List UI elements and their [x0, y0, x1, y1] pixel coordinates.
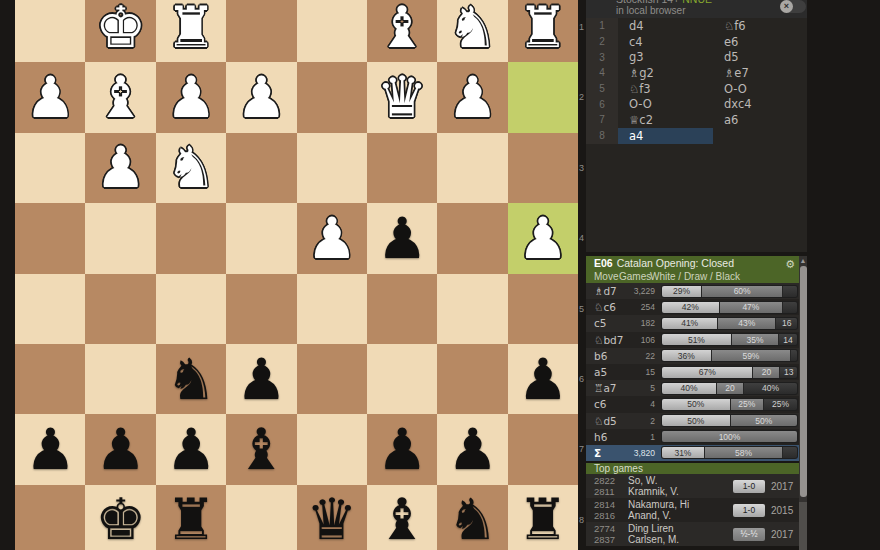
explorer-move-row[interactable]: h61100% [586, 429, 807, 445]
square-a8[interactable]: ♜ [508, 485, 578, 550]
square-c4[interactable]: ♟ [367, 203, 437, 273]
black-move-5[interactable]: O-O [713, 81, 807, 97]
chess-board[interactable]: ♚♜♝♞♜♟♝♟♟♛♟♟♞♟♟♟♞♟♟♟♟♟♝♟♟♚♜♛♝♞♜ [15, 0, 578, 550]
square-h8[interactable] [15, 485, 85, 550]
explorer-move-row[interactable]: ♘d5250%50% [586, 413, 807, 429]
white-move-7[interactable]: ♕c2 [618, 112, 713, 128]
explorer-move[interactable]: a5 [594, 366, 626, 378]
black-move-1[interactable]: ♘f6 [713, 18, 807, 34]
square-h7[interactable]: ♟ [15, 414, 85, 484]
move-number: 8 [586, 128, 618, 144]
square-f6[interactable]: ♞ [156, 344, 226, 414]
square-a2[interactable] [508, 62, 578, 132]
square-h5[interactable] [15, 274, 85, 344]
draw-result-segment: 100% [662, 431, 797, 442]
engine-toggle-knob-x-icon[interactable]: × [780, 0, 793, 13]
white-result-segment: 67% [662, 367, 752, 378]
rank-label-3: 3 [577, 133, 586, 203]
white-pawn[interactable]: ♟ [236, 69, 287, 126]
explorer-games-count: 5 [626, 383, 655, 393]
explorer-games-count: 3,820 [626, 448, 655, 458]
explorer-games-count: 22 [626, 351, 655, 361]
square-b7[interactable]: ♟ [437, 414, 507, 484]
square-b5[interactable] [437, 274, 507, 344]
black-rook[interactable]: ♜ [165, 491, 216, 548]
square-d1[interactable] [297, 0, 367, 62]
engine-location: in local browser [616, 5, 685, 16]
explorer-move-row[interactable]: ♗d73,22929%60% [586, 283, 807, 299]
explorer-move-row[interactable]: b62236%59% [586, 348, 807, 364]
white-result-segment: 31% [662, 447, 704, 458]
square-d5[interactable] [297, 274, 367, 344]
square-h1[interactable] [15, 0, 85, 62]
black-move-3[interactable]: d5 [713, 49, 807, 65]
rank-label-4: 4 [577, 203, 586, 273]
explorer-move[interactable]: b6 [594, 350, 626, 362]
square-e5[interactable] [226, 274, 296, 344]
black-result-segment: 14 [778, 334, 797, 345]
move-row-8: 8a4 [586, 128, 807, 144]
white-result-segment: 40% [662, 383, 716, 394]
white-move-4[interactable]: ♗g2 [618, 65, 713, 81]
top-games-list: 28222811So, W.Kramnik, V.1-0201728142816… [586, 474, 807, 546]
scrollbar-thumb[interactable] [800, 266, 807, 497]
black-queen[interactable]: ♛ [306, 491, 357, 548]
player-name: Ding Liren [628, 523, 733, 534]
white-bishop[interactable]: ♝ [377, 0, 428, 56]
engine-toggle[interactable]: × [780, 0, 806, 13]
rank-label-1: 1 [577, 0, 586, 62]
black-move-8[interactable] [713, 128, 807, 144]
move-row-1: 1d4♘f6 [586, 18, 807, 34]
result-bar: 50%50% [662, 415, 797, 426]
result-bar: 41%43%16 [662, 318, 797, 329]
rank-label-6: 6 [577, 344, 586, 414]
square-f4[interactable] [156, 203, 226, 273]
black-rook[interactable]: ♜ [517, 491, 568, 548]
explorer-move-row[interactable]: ♖a7540%2040% [586, 380, 807, 396]
result-bar: 67%2013 [662, 367, 797, 378]
result-bar: 100% [662, 431, 797, 442]
square-c7[interactable]: ♟ [367, 414, 437, 484]
explorer-games-count: 15 [626, 367, 655, 377]
white-pawn[interactable]: ♟ [517, 210, 568, 267]
result-bar: 50%25%25% [662, 399, 797, 410]
explorer-move-row[interactable]: ♘c625442%47% [586, 299, 807, 315]
square-f7[interactable]: ♟ [156, 414, 226, 484]
white-result-segment: 50% [662, 415, 730, 426]
explorer-games-count: 3,229 [626, 286, 655, 296]
white-result-segment: 51% [662, 334, 731, 345]
explorer-move[interactable]: ♗d7 [594, 285, 626, 297]
scrollbar-lower-block[interactable] [799, 502, 807, 550]
result-bar: 29%60% [662, 286, 797, 297]
rank-label-7: 7 [577, 414, 586, 484]
explorer-move[interactable]: c5 [594, 317, 626, 329]
move-number: 2 [586, 34, 618, 50]
explorer-rows: ♗d73,22929%60%♘c625442%47%c518241%43%16♘… [586, 283, 807, 461]
white-king[interactable]: ♚ [95, 0, 146, 56]
move-row-3: 3g3d5 [586, 49, 807, 65]
top-game-row[interactable]: 28222811So, W.Kramnik, V.1-02017 [586, 474, 807, 498]
draw-result-segment: 43% [717, 318, 775, 329]
white-pawn[interactable]: ♟ [165, 69, 216, 126]
white-result-segment: 41% [662, 318, 717, 329]
explorer-games-count: 106 [626, 335, 655, 345]
rank-label-5: 5 [577, 274, 586, 344]
white-result-segment: 50% [662, 399, 730, 410]
square-g7[interactable]: ♟ [85, 414, 155, 484]
explorer-move-row[interactable]: a51567%2013 [586, 364, 807, 380]
scrollbar-up-arrow-icon[interactable]: ▲ [799, 256, 807, 265]
player-rating: 2837 [594, 534, 628, 545]
square-g4[interactable] [85, 203, 155, 273]
move-number: 4 [586, 65, 618, 81]
draw-result-segment: 60% [701, 286, 782, 297]
white-pawn[interactable]: ♟ [25, 69, 76, 126]
black-result-segment: 13 [779, 367, 797, 378]
square-b8[interactable]: ♞ [437, 485, 507, 550]
square-d8[interactable]: ♛ [297, 485, 367, 550]
engine-nnue-label: NNUE [682, 0, 712, 5]
white-result-segment: 36% [662, 350, 711, 361]
result-bar: 36%59% [662, 350, 797, 361]
game-players: Ding LirenCarlsen, M. [628, 523, 733, 545]
column-white-draw-black: White / Draw / Black [650, 271, 740, 282]
black-pawn[interactable]: ♟ [95, 421, 146, 478]
top-games-header: Top games [586, 463, 807, 475]
square-e3[interactable] [226, 133, 296, 203]
explorer-scrollbar[interactable]: ▲ [799, 256, 807, 550]
white-pawn[interactable]: ♟ [447, 69, 498, 126]
square-b3[interactable] [437, 133, 507, 203]
square-e1[interactable] [226, 0, 296, 62]
result-bar: 42%47% [662, 302, 797, 313]
square-a6[interactable]: ♟ [508, 344, 578, 414]
black-pawn[interactable]: ♟ [377, 210, 428, 267]
white-move-3[interactable]: g3 [618, 49, 713, 65]
square-c5[interactable] [367, 274, 437, 344]
square-a1[interactable]: ♜ [508, 0, 578, 62]
square-f5[interactable] [156, 274, 226, 344]
black-result-segment: 40% [743, 383, 797, 394]
player-rating: 2774 [594, 523, 628, 534]
player-rating: 2811 [594, 486, 628, 497]
white-move-2[interactable]: c4 [618, 34, 713, 50]
result-bar: 51%35%14 [662, 334, 797, 345]
black-pawn[interactable]: ♟ [165, 421, 216, 478]
black-bishop[interactable]: ♝ [377, 491, 428, 548]
draw-result-segment: 20 [716, 383, 743, 394]
result-bar: 40%2040% [662, 383, 797, 394]
player-name: Anand, V. [628, 510, 733, 521]
square-h6[interactable] [15, 344, 85, 414]
result-bar: 31%58% [662, 447, 797, 458]
column-games: Games [619, 271, 651, 282]
black-move-4[interactable]: ♗e7 [713, 65, 807, 81]
white-pawn[interactable]: ♟ [95, 139, 146, 196]
explorer-move[interactable]: ♘d5 [594, 415, 626, 427]
square-f2[interactable]: ♟ [156, 62, 226, 132]
square-d7[interactable] [297, 414, 367, 484]
draw-result-segment: 25% [730, 399, 764, 410]
game-players: So, W.Kramnik, V. [628, 475, 733, 497]
square-c3[interactable] [367, 133, 437, 203]
square-d2[interactable] [297, 62, 367, 132]
black-pawn[interactable]: ♟ [25, 421, 76, 478]
draw-result-segment: 50% [730, 415, 798, 426]
analysis-page: ♚♜♝♞♜♟♝♟♟♛♟♟♞♟♟♟♞♟♟♟♟♟♝♟♟♚♜♛♝♞♜ 12345678… [0, 0, 880, 550]
black-pawn[interactable]: ♟ [377, 421, 428, 478]
eco-code: E06 [594, 257, 613, 269]
square-a4[interactable]: ♟ [508, 203, 578, 273]
white-knight[interactable]: ♞ [447, 0, 498, 56]
square-h2[interactable]: ♟ [15, 62, 85, 132]
square-b2[interactable]: ♟ [437, 62, 507, 132]
black-result-segment [782, 302, 797, 313]
move-number: 6 [586, 96, 618, 112]
analysis-panel: Stockfish 14+ NNUE in local browser × 1d… [586, 0, 807, 550]
square-g6[interactable] [85, 344, 155, 414]
explorer-total-row[interactable]: Σ3,82031%58% [586, 445, 807, 461]
player-rating: 2814 [594, 499, 628, 510]
draw-result-segment: 59% [711, 350, 791, 361]
move-list: 1d4♘f62c4e63g3d54♗g2♗e75♘f3O-O6O-Odxc47♕… [586, 18, 807, 252]
black-move-2[interactable]: e6 [713, 34, 807, 50]
result-badge: 1-0 [733, 504, 765, 517]
explorer-move[interactable]: c6 [594, 398, 626, 410]
black-pawn[interactable]: ♟ [517, 351, 568, 408]
square-c6[interactable] [367, 344, 437, 414]
black-move-6[interactable]: dxc4 [713, 96, 807, 112]
square-f1[interactable]: ♜ [156, 0, 226, 62]
explorer-move-row[interactable]: ♘bd710651%35%14 [586, 332, 807, 348]
opening-title: E06Catalan Opening: Closed ⚙ [586, 256, 807, 270]
square-e6[interactable]: ♟ [226, 344, 296, 414]
square-e4[interactable] [226, 203, 296, 273]
draw-result-segment: 20 [752, 367, 779, 378]
square-g3[interactable]: ♟ [85, 133, 155, 203]
move-number: 7 [586, 112, 618, 128]
rank-label-2: 2 [577, 62, 586, 132]
explorer-move[interactable]: h6 [594, 431, 626, 443]
white-queen[interactable]: ♛ [377, 69, 428, 126]
explorer-move[interactable]: ♘bd7 [594, 334, 626, 346]
square-g2[interactable]: ♝ [85, 62, 155, 132]
game-ratings: 28222811 [594, 475, 628, 497]
white-rook[interactable]: ♜ [165, 0, 216, 56]
square-f3[interactable]: ♞ [156, 133, 226, 203]
square-h4[interactable] [15, 203, 85, 273]
white-rook[interactable]: ♜ [517, 0, 568, 56]
result-badge: ½-½ [733, 528, 765, 541]
player-rating: 2816 [594, 510, 628, 521]
move-row-2: 2c4e6 [586, 34, 807, 50]
square-e7[interactable]: ♝ [226, 414, 296, 484]
square-d4[interactable]: ♟ [297, 203, 367, 273]
black-result-segment: 16 [775, 318, 797, 329]
square-h3[interactable] [15, 133, 85, 203]
explorer-move[interactable]: Σ [594, 447, 626, 459]
explorer-games-count: 1 [626, 432, 655, 442]
square-e2[interactable]: ♟ [226, 62, 296, 132]
square-d6[interactable] [297, 344, 367, 414]
move-number: 3 [586, 49, 618, 65]
black-pawn[interactable]: ♟ [447, 421, 498, 478]
explorer-header: E06Catalan Opening: Closed ⚙ Move Games … [586, 256, 807, 283]
square-b4[interactable] [437, 203, 507, 273]
move-number: 1 [586, 18, 618, 34]
square-e8[interactable] [226, 485, 296, 550]
rank-label-8: 8 [577, 485, 586, 550]
move-row-5: 5♘f3O-O [586, 81, 807, 97]
black-king[interactable]: ♚ [95, 491, 146, 548]
black-result-segment: 25% [763, 399, 797, 410]
explorer-games-count: 4 [626, 399, 655, 409]
opening-name: Catalan Opening: Closed [617, 257, 734, 269]
square-b1[interactable]: ♞ [437, 0, 507, 62]
square-c2[interactable]: ♛ [367, 62, 437, 132]
white-move-6[interactable]: O-O [618, 96, 713, 112]
draw-result-segment: 58% [704, 447, 782, 458]
result-badge: 1-0 [733, 480, 765, 493]
white-knight[interactable]: ♞ [165, 139, 216, 196]
opening-explorer: E06Catalan Opening: Closed ⚙ Move Games … [586, 256, 807, 546]
top-game-row[interactable]: 28142816Nakamura, HiAnand, V.1-02015 [586, 498, 807, 522]
black-pawn[interactable]: ♟ [236, 351, 287, 408]
square-c8[interactable]: ♝ [367, 485, 437, 550]
white-pawn[interactable]: ♟ [306, 210, 357, 267]
game-ratings: 27742837 [594, 523, 628, 545]
white-result-segment: 29% [662, 286, 701, 297]
explorer-move-row[interactable]: c6450%25%25% [586, 396, 807, 412]
white-result-segment: 42% [662, 302, 719, 313]
square-f8[interactable]: ♜ [156, 485, 226, 550]
move-number: 5 [586, 81, 618, 97]
explorer-games-count: 182 [626, 318, 655, 328]
white-move-5[interactable]: ♘f3 [618, 81, 713, 97]
black-bishop[interactable]: ♝ [236, 421, 287, 478]
explorer-games-count: 2 [626, 416, 655, 426]
explorer-move-row[interactable]: c518241%43%16 [586, 315, 807, 331]
black-knight[interactable]: ♞ [447, 491, 498, 548]
explorer-move[interactable]: ♖a7 [594, 382, 626, 394]
move-row-4: 4♗g2♗e7 [586, 65, 807, 81]
white-move-1[interactable]: d4 [618, 18, 713, 34]
black-result-segment [790, 350, 797, 361]
white-move-8[interactable]: a4 [618, 128, 713, 144]
square-a7[interactable] [508, 414, 578, 484]
black-result-segment [782, 286, 797, 297]
player-name: Kramnik, V. [628, 486, 733, 497]
column-move: Move [594, 271, 618, 282]
square-a3[interactable] [508, 133, 578, 203]
draw-result-segment: 47% [719, 302, 782, 313]
move-row-6: 6O-Odxc4 [586, 96, 807, 112]
engine-header: Stockfish 14+ NNUE in local browser × [586, 0, 807, 18]
move-row-7: 7♕c2a6 [586, 112, 807, 128]
player-name: So, W. [628, 475, 733, 486]
game-players: Nakamura, HiAnand, V. [628, 499, 733, 521]
square-d3[interactable] [297, 133, 367, 203]
explorer-column-headers: Move Games White / Draw / Black [586, 270, 807, 284]
player-rating: 2822 [594, 475, 628, 486]
square-c1[interactable]: ♝ [367, 0, 437, 62]
game-ratings: 28142816 [594, 499, 628, 521]
square-b6[interactable] [437, 344, 507, 414]
square-a5[interactable] [508, 274, 578, 344]
draw-result-segment: 35% [731, 334, 778, 345]
square-g8[interactable]: ♚ [85, 485, 155, 550]
black-result-segment [782, 447, 797, 458]
explorer-move[interactable]: ♘c6 [594, 301, 626, 313]
black-move-7[interactable]: a6 [713, 112, 807, 128]
square-g1[interactable]: ♚ [85, 0, 155, 62]
player-name: Carlsen, M. [628, 534, 733, 545]
player-name: Nakamura, Hi [628, 499, 733, 510]
white-bishop[interactable]: ♝ [95, 69, 146, 126]
square-g5[interactable] [85, 274, 155, 344]
top-game-row[interactable]: 27742837Ding LirenCarlsen, M.½-½2017 [586, 522, 807, 546]
explorer-games-count: 254 [626, 302, 655, 312]
black-knight[interactable]: ♞ [165, 351, 216, 408]
